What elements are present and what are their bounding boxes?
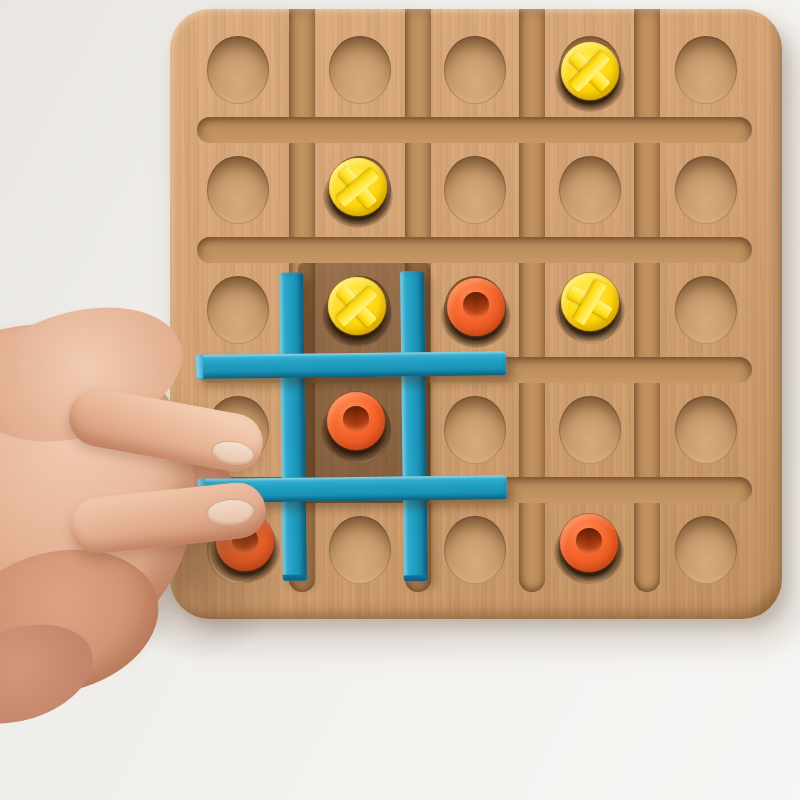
frame-bar-vertical-right[interactable] [400,271,428,581]
frame-bar-horizontal-top[interactable] [196,351,506,379]
frame-bar-horizontal-bottom[interactable] [198,475,507,503]
scene [0,0,800,800]
tictactoe-frame[interactable] [0,0,800,800]
frame-bar-vertical-left[interactable] [279,273,307,581]
